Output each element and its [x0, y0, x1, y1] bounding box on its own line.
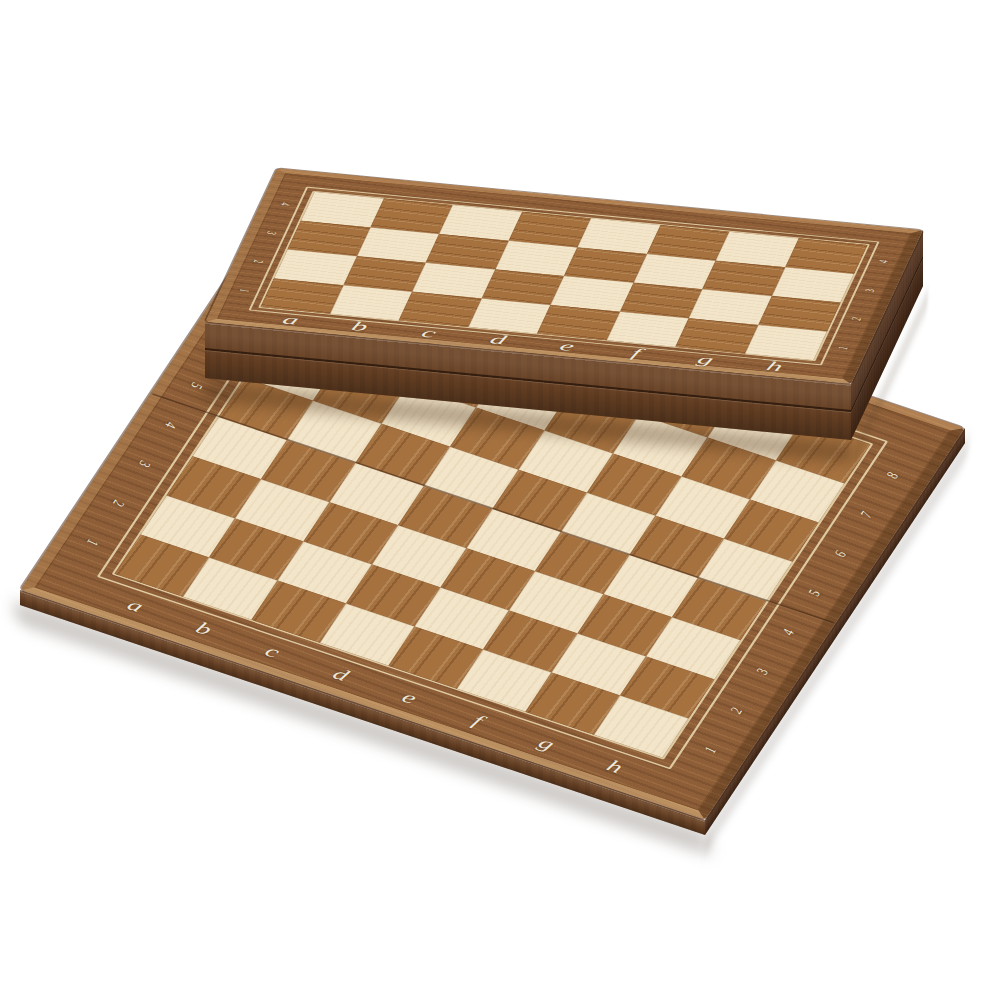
- open-rank-label-right-1: 1: [702, 745, 720, 754]
- folded-board-grid: [260, 192, 867, 360]
- open-file-label-f: f: [469, 712, 486, 729]
- folded-rank-label-right-1: 1: [835, 346, 849, 350]
- folded-file-label-d: d: [488, 333, 509, 347]
- folded-file-label-a: a: [280, 313, 301, 327]
- folded-rank-label-right-4: 4: [876, 259, 890, 263]
- folded-rank-label-left-1: 1: [238, 289, 252, 293]
- open-rank-label-left-3: 3: [135, 459, 153, 468]
- open-rank-label-right-8: 8: [884, 471, 902, 480]
- folded-square-h1: [744, 325, 827, 360]
- open-rank-label-left-1: 1: [83, 538, 101, 547]
- folded-rank-label-right-3: 3: [862, 288, 876, 292]
- open-rank-label-right-3: 3: [754, 667, 772, 676]
- open-rank-label-left-2: 2: [109, 498, 127, 507]
- open-file-label-g: g: [535, 734, 558, 753]
- folded-rank-label-right-2: 2: [849, 317, 863, 321]
- open-rank-label-right-4: 4: [780, 628, 798, 637]
- folded-file-label-c: c: [419, 326, 438, 340]
- folded-file-label-e: e: [558, 339, 577, 353]
- open-file-label-c: c: [262, 642, 283, 661]
- folded-rank-label-left-4: 4: [278, 202, 292, 206]
- folded-file-label-h: h: [764, 359, 785, 373]
- open-file-label-a: a: [124, 596, 147, 615]
- folded-file-label-g: g: [695, 352, 716, 366]
- open-rank-label-right-6: 6: [832, 549, 850, 558]
- folded-rank-label-left-2: 2: [251, 260, 265, 264]
- folded-file-label-b: b: [349, 319, 370, 333]
- folded-rank-label-left-3: 3: [265, 231, 279, 235]
- folded-file-label-f: f: [629, 346, 643, 359]
- open-file-label-h: h: [604, 757, 627, 776]
- open-rank-label-left-4: 4: [161, 420, 179, 429]
- open-rank-label-right-5: 5: [806, 589, 824, 598]
- open-file-label-b: b: [193, 619, 216, 638]
- open-rank-label-right-7: 7: [858, 510, 876, 519]
- open-rank-label-right-2: 2: [728, 706, 746, 715]
- open-file-label-e: e: [399, 688, 420, 707]
- scene: abcdefgh8877665544332211 abcdefgh4433221…: [0, 0, 1000, 1000]
- open-file-label-d: d: [330, 665, 353, 684]
